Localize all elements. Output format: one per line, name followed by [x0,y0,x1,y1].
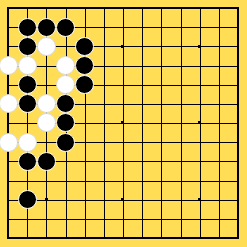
white-stone [18,133,37,152]
black-stone [18,75,37,94]
go-board-diagram [0,0,247,247]
black-stone [18,37,37,56]
black-stone [56,18,75,37]
black-stone [75,75,94,94]
star-point [121,198,124,201]
black-stone [75,56,94,75]
star-point [198,45,201,48]
black-stone [18,18,37,37]
white-stone [0,56,18,75]
black-stone [18,190,37,209]
white-stone [0,94,18,113]
white-stone [37,37,56,56]
star-point [45,198,48,201]
white-stone [18,56,37,75]
white-stone [37,113,56,132]
black-stone [18,94,37,113]
white-stone [0,133,18,152]
star-point [198,121,201,124]
black-stone [56,94,75,113]
black-stone [56,113,75,132]
star-point [121,45,124,48]
black-stone [56,133,75,152]
black-stone [37,152,56,171]
black-stone [75,37,94,56]
black-stone [37,18,56,37]
board-intersections [0,0,247,247]
white-stone [56,56,75,75]
star-point [198,198,201,201]
white-stone [56,75,75,94]
white-stone [37,94,56,113]
black-stone [18,152,37,171]
star-point [121,121,124,124]
